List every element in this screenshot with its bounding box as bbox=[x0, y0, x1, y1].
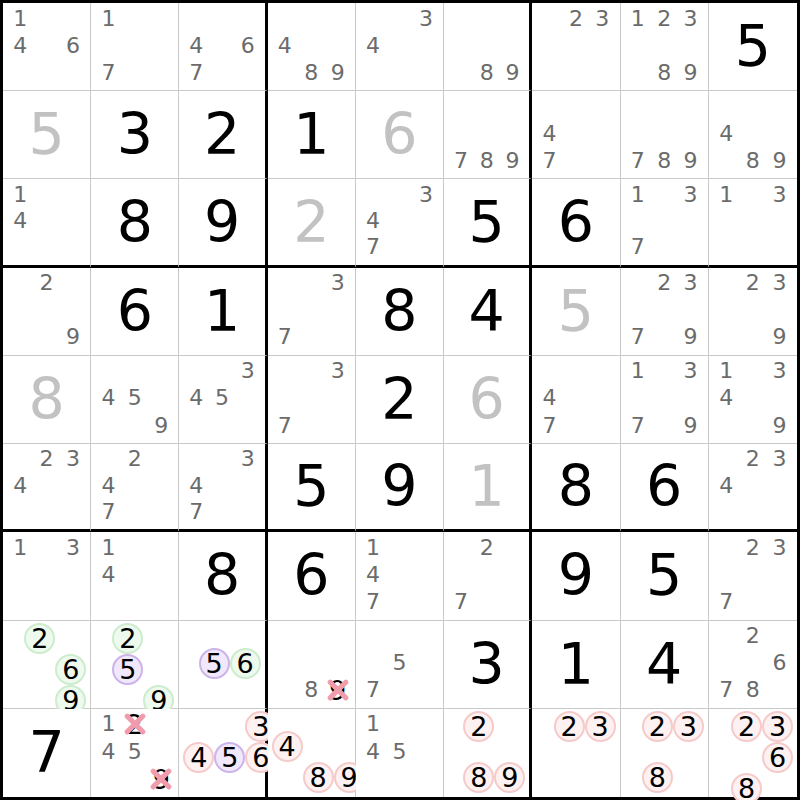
candidate-grid: 23 bbox=[532, 3, 619, 90]
candidate-2: 2 bbox=[474, 534, 500, 561]
candidate-8: 8 bbox=[463, 762, 494, 793]
candidate-3: 3 bbox=[60, 446, 86, 472]
solved-digit: 1 bbox=[444, 444, 529, 529]
candidate-7: 7 bbox=[183, 499, 209, 525]
candidate-4: 4 bbox=[360, 32, 386, 59]
candidate-2: 2 bbox=[651, 5, 677, 32]
cell-r1c8[interactable]: 12389 bbox=[621, 3, 709, 91]
red-circled-candidate: 8 bbox=[303, 762, 334, 793]
candidate-grid: 489 bbox=[268, 709, 355, 797]
cell-r8c9[interactable]: 2678 bbox=[709, 621, 797, 709]
cell-r4c8[interactable]: 2379 bbox=[621, 268, 709, 356]
candidate-3: 3 bbox=[677, 5, 703, 32]
given-digit: 6 bbox=[621, 444, 708, 529]
cell-r1c2[interactable]: 17 bbox=[91, 3, 179, 91]
candidate-3: 3 bbox=[413, 5, 439, 32]
cell-r3c8[interactable]: 137 bbox=[621, 179, 709, 267]
cell-r8c6[interactable]: 3 bbox=[444, 621, 532, 709]
red-circled-candidate: 2 bbox=[642, 711, 673, 742]
red-circled-candidate: 2 bbox=[554, 711, 585, 742]
candidate-7: 7 bbox=[272, 324, 298, 351]
candidate-grid: 238 bbox=[621, 709, 708, 797]
candidate-3: 3 bbox=[235, 446, 261, 472]
candidate-9: 9 bbox=[500, 59, 526, 86]
candidate-1: 1 bbox=[625, 5, 651, 32]
red-circled-candidate: 2 bbox=[463, 711, 494, 742]
candidate-2: 2 bbox=[122, 446, 148, 472]
given-digit: 9 bbox=[532, 532, 619, 619]
candidate-grid: 237 bbox=[709, 532, 797, 619]
cell-r8c1[interactable]: 269 bbox=[3, 621, 91, 709]
candidate-4: 4 bbox=[272, 32, 298, 59]
red-circled-candidate: 8 bbox=[642, 762, 673, 793]
cell-r7c2[interactable]: 14 bbox=[91, 532, 179, 620]
candidate-4: 4 bbox=[360, 738, 386, 765]
cell-r1c1[interactable]: 146 bbox=[3, 3, 91, 91]
candidate-grid: 347 bbox=[356, 179, 443, 264]
candidate-5: 5 bbox=[214, 742, 245, 773]
cell-r2c3[interactable]: 2 bbox=[179, 91, 267, 179]
candidate-7: 7 bbox=[625, 147, 651, 174]
candidate-grid: 23 bbox=[532, 709, 619, 797]
candidate-3: 3 bbox=[677, 358, 703, 385]
red-circled-candidate: 8 bbox=[731, 773, 762, 800]
candidate-4: 4 bbox=[360, 561, 386, 588]
candidate-grid: 1379 bbox=[621, 356, 708, 443]
candidate-2: 2 bbox=[740, 270, 767, 297]
cell-r6c4[interactable]: 5 bbox=[268, 444, 356, 532]
red-circled-candidate: 4 bbox=[183, 742, 214, 773]
candidate-4: 4 bbox=[183, 385, 209, 412]
candidate-9: 9 bbox=[60, 324, 86, 351]
red-circled-candidate: 3 bbox=[762, 711, 793, 742]
candidate-2: 2 bbox=[33, 446, 59, 472]
candidate-3: 3 bbox=[413, 181, 439, 207]
candidate-3: 3 bbox=[324, 270, 350, 297]
solved-digit: 8 bbox=[3, 356, 90, 443]
cell-r6c3[interactable]: 347 bbox=[179, 444, 267, 532]
cell-r8c4[interactable]: 89 bbox=[268, 621, 356, 709]
candidate-7: 7 bbox=[536, 412, 562, 439]
cell-r6c6[interactable]: 1 bbox=[444, 444, 532, 532]
candidate-3: 3 bbox=[585, 711, 616, 742]
cell-r7c4[interactable]: 6 bbox=[268, 532, 356, 620]
cell-r7c1[interactable]: 13 bbox=[3, 532, 91, 620]
cell-r3c4[interactable]: 2 bbox=[268, 179, 356, 267]
cell-r8c8[interactable]: 4 bbox=[621, 621, 709, 709]
candidate-1: 1 bbox=[713, 181, 740, 207]
red-circled-candidate: 4 bbox=[272, 731, 303, 762]
candidate-3: 3 bbox=[673, 711, 704, 742]
cell-r6c1[interactable]: 234 bbox=[3, 444, 91, 532]
red-circled-candidate: 9 bbox=[494, 762, 525, 793]
candidate-9: 9 bbox=[500, 147, 526, 174]
cell-r3c9[interactable]: 13 bbox=[709, 179, 797, 267]
candidate-4: 4 bbox=[536, 385, 562, 412]
given-digit: 1 bbox=[268, 91, 355, 178]
candidate-4: 4 bbox=[95, 561, 121, 588]
given-digit: 5 bbox=[621, 532, 708, 619]
cell-r6c7[interactable]: 8 bbox=[532, 444, 620, 532]
given-digit: 5 bbox=[709, 3, 797, 90]
candidate-7: 7 bbox=[713, 677, 740, 704]
cell-r5c1[interactable]: 8 bbox=[3, 356, 91, 444]
given-digit: 6 bbox=[268, 532, 355, 619]
candidate-9: 9 bbox=[766, 147, 793, 174]
candidate-grid: 269 bbox=[3, 621, 90, 708]
candidate-2: 2 bbox=[33, 270, 59, 297]
candidate-4: 4 bbox=[713, 473, 740, 499]
candidate-3: 3 bbox=[766, 270, 793, 297]
cell-r4c6[interactable]: 4 bbox=[444, 268, 532, 356]
candidate-2: 2 bbox=[740, 534, 767, 561]
candidate-9: 9 bbox=[494, 762, 525, 793]
cell-r1c6[interactable]: 89 bbox=[444, 3, 532, 91]
cell-r6c5[interactable]: 9 bbox=[356, 444, 444, 532]
cell-r8c7[interactable]: 1 bbox=[532, 621, 620, 709]
candidate-8: 8 bbox=[298, 677, 324, 704]
candidate-grid: 2368 bbox=[709, 709, 797, 797]
candidate-grid: 89 bbox=[268, 621, 355, 708]
cell-r9c3[interactable]: 3456 bbox=[179, 709, 267, 797]
candidate-2: 2 bbox=[463, 711, 494, 742]
given-digit: 3 bbox=[444, 621, 529, 708]
given-digit: 1 bbox=[532, 621, 619, 708]
candidate-7: 7 bbox=[95, 499, 121, 525]
candidate-grid: 234 bbox=[709, 444, 797, 529]
candidate-7: 7 bbox=[95, 59, 121, 86]
candidate-8: 8 bbox=[740, 677, 767, 704]
red-circled-candidate: 6 bbox=[762, 742, 793, 773]
cell-r1c3[interactable]: 467 bbox=[179, 3, 267, 91]
solved-digit: 6 bbox=[444, 356, 529, 443]
candidate-grid: 14 bbox=[3, 179, 90, 264]
candidate-1: 1 bbox=[95, 711, 121, 738]
candidate-grid: 47 bbox=[532, 356, 619, 443]
candidate-grid: 489 bbox=[268, 3, 355, 90]
cell-r9c8[interactable]: 238 bbox=[621, 709, 709, 797]
cell-r7c6[interactable]: 27 bbox=[444, 532, 532, 620]
candidate-grid: 789 bbox=[444, 91, 529, 178]
candidate-4: 4 bbox=[536, 120, 562, 147]
given-digit: 8 bbox=[91, 179, 178, 264]
cell-r4c5[interactable]: 8 bbox=[356, 268, 444, 356]
cell-r7c3[interactable]: 8 bbox=[179, 532, 267, 620]
candidate-2: 2 bbox=[24, 623, 55, 654]
candidate-grid: 345 bbox=[179, 356, 264, 443]
purple-circled-candidate: 5 bbox=[112, 654, 143, 685]
candidate-grid: 347 bbox=[179, 444, 264, 529]
candidate-4: 4 bbox=[183, 32, 209, 59]
cell-r5c3[interactable]: 345 bbox=[179, 356, 267, 444]
candidate-7: 7 bbox=[448, 147, 474, 174]
candidate-7: 7 bbox=[360, 677, 386, 704]
solved-digit: 5 bbox=[3, 91, 90, 178]
cell-r9c4[interactable]: 489 bbox=[268, 709, 356, 797]
candidate-grid: 489 bbox=[709, 91, 797, 178]
cell-r7c9[interactable]: 237 bbox=[709, 532, 797, 620]
candidate-grid: 239 bbox=[709, 268, 797, 355]
candidate-6: 6 bbox=[766, 650, 793, 677]
cell-r7c7[interactable]: 9 bbox=[532, 532, 620, 620]
red-circled-candidate: 2 bbox=[731, 711, 762, 742]
candidate-grid: 57 bbox=[356, 621, 443, 708]
candidate-4: 4 bbox=[7, 473, 33, 499]
cell-r2c2[interactable]: 3 bbox=[91, 91, 179, 179]
cell-r4c7[interactable]: 5 bbox=[532, 268, 620, 356]
candidate-1: 1 bbox=[713, 358, 740, 385]
candidate-1: 1 bbox=[625, 358, 651, 385]
cell-r9c5[interactable]: 145 bbox=[356, 709, 444, 797]
candidate-grid: 47 bbox=[532, 91, 619, 178]
candidate-5: 5 bbox=[199, 648, 230, 679]
cell-r2c5[interactable]: 6 bbox=[356, 91, 444, 179]
candidate-8: 8 bbox=[303, 762, 334, 793]
candidate-9: 9 bbox=[324, 59, 350, 86]
given-digit: 6 bbox=[91, 268, 178, 355]
candidate-9: 9 bbox=[324, 677, 350, 704]
candidate-grid: 459 bbox=[91, 356, 178, 443]
cell-r6c9[interactable]: 234 bbox=[709, 444, 797, 532]
cell-r5c5[interactable]: 2 bbox=[356, 356, 444, 444]
cell-r9c9[interactable]: 2368 bbox=[709, 709, 797, 797]
candidate-7: 7 bbox=[360, 588, 386, 615]
given-digit: 8 bbox=[179, 532, 264, 619]
cell-r1c5[interactable]: 34 bbox=[356, 3, 444, 91]
green-circled-candidate: 6 bbox=[230, 648, 261, 679]
cell-r2c7[interactable]: 47 bbox=[532, 91, 620, 179]
solved-digit: 6 bbox=[356, 91, 443, 178]
given-digit: 3 bbox=[91, 91, 178, 178]
candidate-3: 3 bbox=[766, 534, 793, 561]
candidate-grid: 1349 bbox=[709, 356, 797, 443]
purple-circled-candidate: 5 bbox=[214, 742, 245, 773]
candidate-5: 5 bbox=[209, 385, 235, 412]
candidate-2: 2 bbox=[642, 711, 673, 742]
cell-r8c2[interactable]: 259 bbox=[91, 621, 179, 709]
cell-r5c4[interactable]: 37 bbox=[268, 356, 356, 444]
given-digit: 5 bbox=[268, 444, 355, 529]
candidate-grid: 12389 bbox=[621, 3, 708, 90]
cell-r1c4[interactable]: 489 bbox=[268, 3, 356, 91]
candidate-grid: 2379 bbox=[621, 268, 708, 355]
candidate-grid: 2678 bbox=[709, 621, 797, 708]
candidate-3: 3 bbox=[60, 534, 86, 561]
candidate-1: 1 bbox=[95, 534, 121, 561]
cell-r3c7[interactable]: 6 bbox=[532, 179, 620, 267]
candidate-9: 9 bbox=[148, 766, 174, 793]
candidate-grid: 13 bbox=[3, 532, 90, 619]
candidate-1: 1 bbox=[625, 181, 651, 207]
given-digit: 2 bbox=[179, 91, 264, 178]
candidate-2: 2 bbox=[554, 711, 585, 742]
cell-r1c7[interactable]: 23 bbox=[532, 3, 620, 91]
candidate-8: 8 bbox=[298, 59, 324, 86]
candidate-grid: 29 bbox=[3, 268, 90, 355]
given-digit: 4 bbox=[621, 621, 708, 708]
candidate-8: 8 bbox=[474, 59, 500, 86]
candidate-9: 9 bbox=[148, 412, 174, 439]
solved-digit: 2 bbox=[268, 179, 355, 264]
candidate-grid: 34 bbox=[356, 3, 443, 90]
candidate-4: 4 bbox=[95, 738, 121, 765]
candidate-2: 2 bbox=[651, 270, 677, 297]
green-circled-candidate: 6 bbox=[55, 654, 86, 685]
red-circled-candidate: 3 bbox=[673, 711, 704, 742]
green-circled-candidate: 2 bbox=[24, 623, 55, 654]
candidate-6: 6 bbox=[60, 32, 86, 59]
cell-r5c6[interactable]: 6 bbox=[444, 356, 532, 444]
green-circled-candidate: 2 bbox=[112, 623, 143, 654]
candidate-7: 7 bbox=[713, 588, 740, 615]
candidate-2: 2 bbox=[740, 446, 767, 472]
candidate-1: 1 bbox=[7, 181, 33, 207]
cell-r6c2[interactable]: 247 bbox=[91, 444, 179, 532]
cell-r2c9[interactable]: 489 bbox=[709, 91, 797, 179]
given-digit: 9 bbox=[356, 444, 443, 529]
candidate-1: 1 bbox=[360, 711, 386, 738]
cell-r1c9[interactable]: 5 bbox=[709, 3, 797, 91]
candidate-5: 5 bbox=[386, 650, 412, 677]
candidate-7: 7 bbox=[183, 59, 209, 86]
cell-r8c5[interactable]: 57 bbox=[356, 621, 444, 709]
candidate-7: 7 bbox=[625, 234, 651, 260]
cell-r7c5[interactable]: 147 bbox=[356, 532, 444, 620]
cell-r9c7[interactable]: 23 bbox=[532, 709, 620, 797]
cell-r5c7[interactable]: 47 bbox=[532, 356, 620, 444]
candidate-7: 7 bbox=[448, 588, 474, 615]
candidate-2: 2 bbox=[112, 623, 143, 654]
candidate-9: 9 bbox=[677, 412, 703, 439]
candidate-grid: 147 bbox=[356, 532, 443, 619]
candidate-8: 8 bbox=[740, 147, 767, 174]
cell-r4c9[interactable]: 239 bbox=[709, 268, 797, 356]
cell-r7c8[interactable]: 5 bbox=[621, 532, 709, 620]
cell-r2c6[interactable]: 789 bbox=[444, 91, 532, 179]
candidate-7: 7 bbox=[625, 324, 651, 351]
candidate-6: 6 bbox=[55, 654, 86, 685]
red-circled-candidate: 8 bbox=[463, 762, 494, 793]
candidate-9: 9 bbox=[677, 324, 703, 351]
candidate-grid: 14 bbox=[91, 532, 178, 619]
candidate-2: 2 bbox=[740, 623, 767, 650]
candidate-5: 5 bbox=[122, 385, 148, 412]
candidate-4: 4 bbox=[95, 385, 121, 412]
cell-r3c1[interactable]: 14 bbox=[3, 179, 91, 267]
cell-r4c4[interactable]: 37 bbox=[268, 268, 356, 356]
candidate-5: 5 bbox=[386, 738, 412, 765]
candidate-grid: 13 bbox=[709, 179, 797, 264]
candidate-grid: 467 bbox=[179, 3, 264, 90]
candidate-2: 2 bbox=[563, 5, 589, 32]
candidate-3: 3 bbox=[766, 446, 793, 472]
candidate-grid: 56 bbox=[179, 621, 264, 708]
candidate-8: 8 bbox=[731, 773, 762, 800]
candidate-3: 3 bbox=[762, 711, 793, 742]
cell-r3c6[interactable]: 5 bbox=[444, 179, 532, 267]
cell-r2c1[interactable]: 5 bbox=[3, 91, 91, 179]
candidate-9: 9 bbox=[766, 412, 793, 439]
candidate-8: 8 bbox=[651, 147, 677, 174]
sudoku-board: 1461746748934892312389553216789477894891… bbox=[0, 0, 800, 800]
given-digit: 8 bbox=[356, 268, 443, 355]
candidate-4: 4 bbox=[360, 208, 386, 234]
candidate-6: 6 bbox=[230, 648, 261, 679]
candidate-4: 4 bbox=[183, 742, 214, 773]
cell-r9c6[interactable]: 289 bbox=[444, 709, 532, 797]
candidate-grid: 3456 bbox=[179, 709, 264, 797]
candidate-6: 6 bbox=[235, 32, 261, 59]
cell-r3c5[interactable]: 347 bbox=[356, 179, 444, 267]
candidate-3: 3 bbox=[235, 358, 261, 385]
cell-r5c8[interactable]: 1379 bbox=[621, 356, 709, 444]
candidate-3: 3 bbox=[766, 358, 793, 385]
candidate-8: 8 bbox=[651, 59, 677, 86]
given-digit: 1 bbox=[179, 268, 264, 355]
candidate-grid: 247 bbox=[91, 444, 178, 529]
candidate-4: 4 bbox=[272, 731, 303, 762]
cell-r4c2[interactable]: 6 bbox=[91, 268, 179, 356]
cell-r4c1[interactable]: 29 bbox=[3, 268, 91, 356]
cell-r6c8[interactable]: 6 bbox=[621, 444, 709, 532]
cell-r8c3[interactable]: 56 bbox=[179, 621, 267, 709]
candidate-7: 7 bbox=[536, 147, 562, 174]
candidate-7: 7 bbox=[625, 412, 651, 439]
candidate-5: 5 bbox=[112, 654, 143, 685]
given-digit: 5 bbox=[444, 179, 529, 264]
given-digit: 4 bbox=[444, 268, 529, 355]
candidate-9: 9 bbox=[677, 59, 703, 86]
candidate-grid: 146 bbox=[3, 3, 90, 90]
candidate-grid: 259 bbox=[91, 621, 178, 708]
candidate-7: 7 bbox=[272, 412, 298, 439]
cell-r4c3[interactable]: 1 bbox=[179, 268, 267, 356]
cell-r5c2[interactable]: 459 bbox=[91, 356, 179, 444]
candidate-3: 3 bbox=[589, 5, 615, 32]
given-digit: 6 bbox=[532, 179, 619, 264]
candidate-4: 4 bbox=[713, 385, 740, 412]
cell-r9c1[interactable]: 7 bbox=[3, 709, 91, 797]
given-digit: 9 bbox=[179, 179, 264, 264]
candidate-grid: 12459 bbox=[91, 709, 178, 797]
candidate-6: 6 bbox=[762, 742, 793, 773]
cell-r3c2[interactable]: 8 bbox=[91, 179, 179, 267]
candidate-8: 8 bbox=[474, 147, 500, 174]
candidate-1: 1 bbox=[95, 5, 121, 32]
candidate-1: 1 bbox=[360, 534, 386, 561]
candidate-grid: 137 bbox=[621, 179, 708, 264]
candidate-3: 3 bbox=[766, 181, 793, 207]
candidate-3: 3 bbox=[324, 358, 350, 385]
candidate-9: 9 bbox=[766, 324, 793, 351]
cell-r5c9[interactable]: 1349 bbox=[709, 356, 797, 444]
candidate-3: 3 bbox=[677, 181, 703, 207]
candidate-4: 4 bbox=[95, 473, 121, 499]
cell-r3c3[interactable]: 9 bbox=[179, 179, 267, 267]
candidate-grid: 27 bbox=[444, 532, 529, 619]
cell-r2c8[interactable]: 789 bbox=[621, 91, 709, 179]
candidate-grid: 37 bbox=[268, 356, 355, 443]
red-circled-candidate: 3 bbox=[585, 711, 616, 742]
candidate-4: 4 bbox=[183, 473, 209, 499]
cell-r9c2[interactable]: 12459 bbox=[91, 709, 179, 797]
candidate-7: 7 bbox=[360, 234, 386, 260]
given-digit: 7 bbox=[3, 709, 90, 797]
candidate-4: 4 bbox=[7, 32, 33, 59]
candidate-grid: 789 bbox=[621, 91, 708, 178]
candidate-4: 4 bbox=[713, 120, 740, 147]
cell-r2c4[interactable]: 1 bbox=[268, 91, 356, 179]
